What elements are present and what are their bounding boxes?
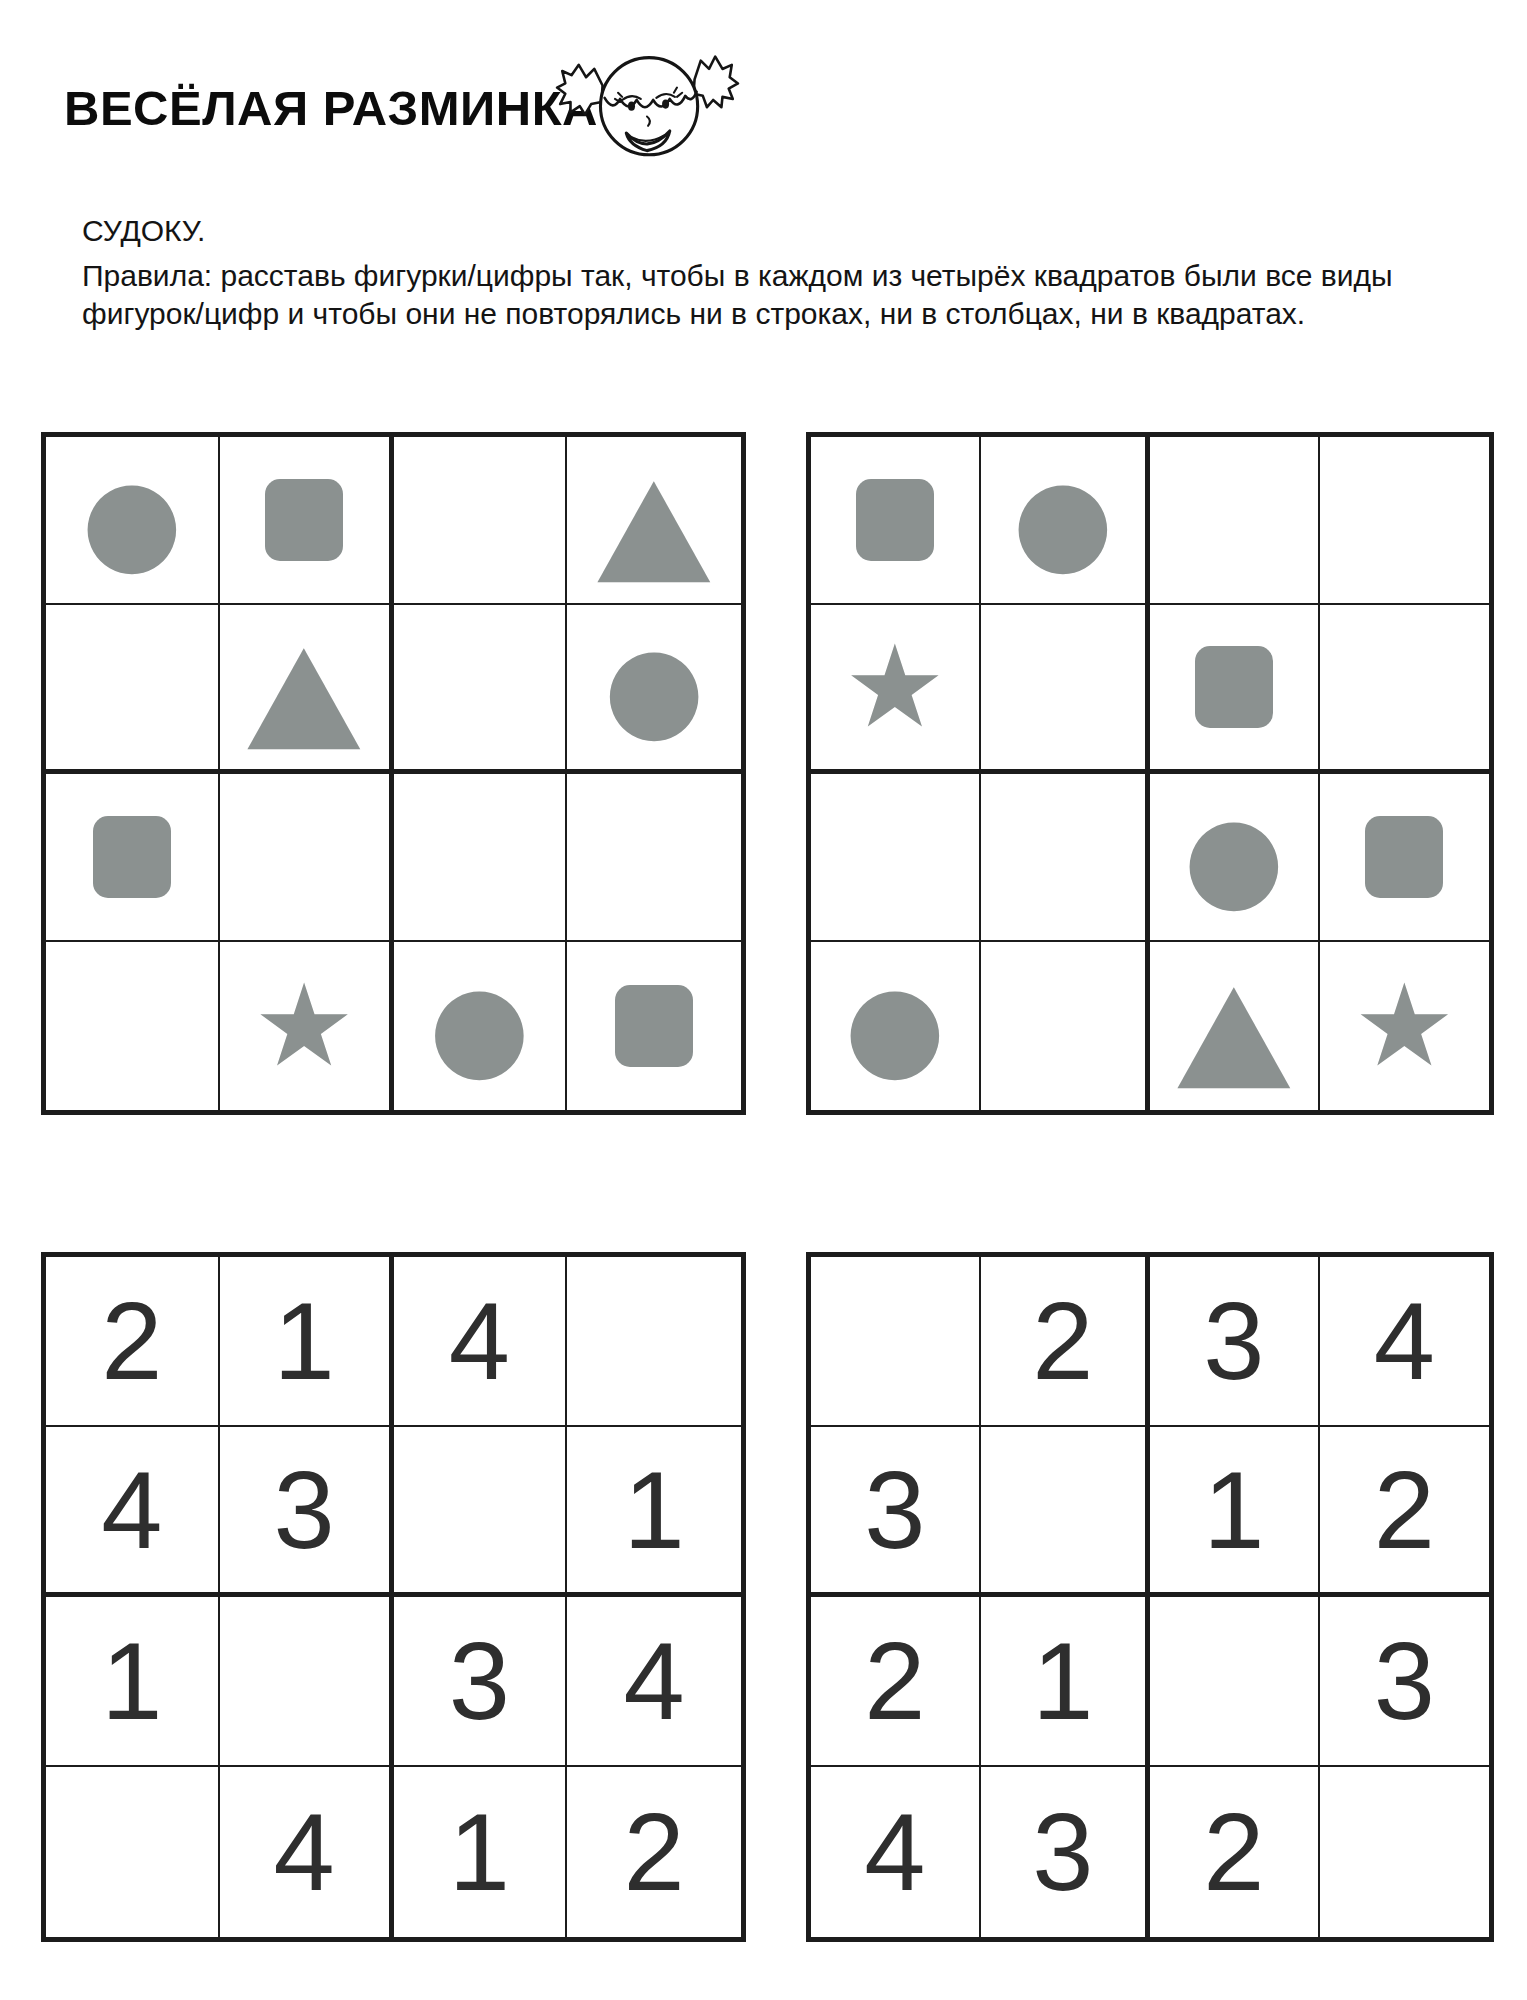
star-shape: ★ bbox=[253, 969, 355, 1083]
digit-1: 1 bbox=[101, 1626, 162, 1736]
square-shape bbox=[93, 816, 171, 898]
numbers-bottom-right-cell-r1c2: 2 bbox=[981, 1257, 1151, 1427]
shapes-top-left-cell-r4c1 bbox=[46, 942, 220, 1110]
circle-shape: ● bbox=[429, 968, 530, 1084]
numbers-bottom-right-cell-r1c4: 4 bbox=[1320, 1257, 1490, 1427]
digit-3: 3 bbox=[449, 1626, 510, 1736]
numbers-bottom-left-cell-r1c2: 1 bbox=[220, 1257, 394, 1427]
circle-shape: ● bbox=[1012, 462, 1113, 578]
digit-4: 4 bbox=[1374, 1286, 1435, 1396]
shapes-top-right-cell-r4c4: ★ bbox=[1320, 942, 1490, 1110]
square-shape bbox=[265, 479, 343, 561]
square-shape bbox=[1195, 646, 1273, 728]
numbers-bottom-left-cell-r1c4 bbox=[567, 1257, 741, 1427]
shapes-top-right-cell-r1c2: ● bbox=[981, 437, 1151, 605]
digit-3: 3 bbox=[274, 1455, 335, 1565]
numbers-bottom-right-cell-r4c2: 3 bbox=[981, 1767, 1151, 1937]
numbers-bottom-left-cell-r2c3 bbox=[394, 1427, 568, 1597]
digit-4: 4 bbox=[101, 1455, 162, 1565]
shapes-top-left-cell-r2c4: ● bbox=[567, 605, 741, 773]
numbers-bottom-left-cell-r4c3: 1 bbox=[394, 1767, 568, 1937]
shapes-top-left-cell-r3c1 bbox=[46, 774, 220, 942]
shapes-top-left-cell-r2c2: ▲ bbox=[220, 605, 394, 773]
rules-line-1: Правила: расставь фигурки/цифры так, что… bbox=[82, 257, 1462, 295]
numbers-bottom-right-cell-r3c4: 3 bbox=[1320, 1597, 1490, 1767]
numbers-bottom-left-cell-r1c3: 4 bbox=[394, 1257, 568, 1427]
shapes-top-left-cell-r1c2 bbox=[220, 437, 394, 605]
shapes-top-left-cell-r4c4 bbox=[567, 942, 741, 1110]
digit-4: 4 bbox=[274, 1797, 335, 1907]
shapes-top-right-cell-r4c1: ● bbox=[811, 942, 981, 1110]
digit-2: 2 bbox=[1032, 1286, 1093, 1396]
digit-4: 4 bbox=[864, 1797, 925, 1907]
circle-shape: ● bbox=[844, 968, 945, 1084]
shapes-top-right-cell-r3c2 bbox=[981, 774, 1151, 942]
numbers-bottom-right-cell-r1c3: 3 bbox=[1150, 1257, 1320, 1427]
shapes-top-right-cell-r4c3: ▲ bbox=[1150, 942, 1320, 1110]
circle-shape: ● bbox=[81, 462, 182, 578]
star-shape: ★ bbox=[1353, 969, 1455, 1083]
digit-1: 1 bbox=[1203, 1455, 1264, 1565]
sudoku-grid-shapes-top-left: ●▲▲●★● bbox=[41, 432, 746, 1115]
shapes-top-left-cell-r3c2 bbox=[220, 774, 394, 942]
shapes-top-right-cell-r2c3 bbox=[1150, 605, 1320, 773]
sudoku-grid-numbers-bottom-left: 214431134412 bbox=[41, 1252, 746, 1942]
numbers-bottom-left-cell-r4c4: 2 bbox=[567, 1767, 741, 1937]
numbers-bottom-right-cell-r2c4: 2 bbox=[1320, 1427, 1490, 1597]
digit-3: 3 bbox=[1203, 1286, 1264, 1396]
shapes-top-left-cell-r1c3 bbox=[394, 437, 568, 605]
shapes-top-left-cell-r1c4: ▲ bbox=[567, 437, 741, 605]
star-shape: ★ bbox=[844, 630, 946, 744]
worksheet-page: ВЕСЁЛАЯ РАЗМИНКА СУДОКУ. Правила: расста… bbox=[0, 0, 1527, 2000]
shapes-top-left-cell-r4c2: ★ bbox=[220, 942, 394, 1110]
digit-1: 1 bbox=[624, 1455, 685, 1565]
triangle-shape: ▲ bbox=[247, 621, 361, 753]
shapes-top-right-cell-r4c2 bbox=[981, 942, 1151, 1110]
shapes-top-left-cell-r2c1 bbox=[46, 605, 220, 773]
digit-1: 1 bbox=[274, 1286, 335, 1396]
shapes-top-right-cell-r2c4 bbox=[1320, 605, 1490, 773]
numbers-bottom-right-cell-r3c2: 1 bbox=[981, 1597, 1151, 1767]
numbers-bottom-right-cell-r4c4 bbox=[1320, 1767, 1490, 1937]
shapes-top-right-cell-r3c3: ● bbox=[1150, 774, 1320, 942]
digit-2: 2 bbox=[864, 1626, 925, 1736]
numbers-bottom-right-cell-r3c3 bbox=[1150, 1597, 1320, 1767]
intro-text-block: СУДОКУ. Правила: расставь фигурки/цифры … bbox=[82, 212, 1462, 333]
digit-2: 2 bbox=[101, 1286, 162, 1396]
sudoku-grid-numbers-bottom-right: 234312213432 bbox=[806, 1252, 1494, 1942]
numbers-bottom-left-cell-r3c4: 4 bbox=[567, 1597, 741, 1767]
triangle-shape: ▲ bbox=[1177, 960, 1291, 1092]
square-shape bbox=[1365, 816, 1443, 898]
shapes-top-right-cell-r3c1 bbox=[811, 774, 981, 942]
numbers-bottom-left-cell-r2c4: 1 bbox=[567, 1427, 741, 1597]
digit-2: 2 bbox=[624, 1797, 685, 1907]
shapes-top-left-cell-r4c3: ● bbox=[394, 942, 568, 1110]
numbers-bottom-right-cell-r2c2 bbox=[981, 1427, 1151, 1597]
numbers-bottom-right-cell-r1c1 bbox=[811, 1257, 981, 1427]
puzzle-name-heading: СУДОКУ. bbox=[82, 212, 1462, 250]
numbers-bottom-left-cell-r3c3: 3 bbox=[394, 1597, 568, 1767]
numbers-bottom-left-cell-r1c1: 2 bbox=[46, 1257, 220, 1427]
shapes-top-right-cell-r1c3 bbox=[1150, 437, 1320, 605]
shapes-top-left-cell-r3c4 bbox=[567, 774, 741, 942]
numbers-bottom-left-cell-r3c2 bbox=[220, 1597, 394, 1767]
circle-shape: ● bbox=[1183, 799, 1284, 915]
sudoku-grid-shapes-top-right: ●★●●▲★ bbox=[806, 432, 1494, 1115]
shapes-top-right-cell-r3c4 bbox=[1320, 774, 1490, 942]
numbers-bottom-right-cell-r2c3: 1 bbox=[1150, 1427, 1320, 1597]
digit-4: 4 bbox=[449, 1286, 510, 1396]
shapes-top-left-cell-r1c1: ● bbox=[46, 437, 220, 605]
digit-2: 2 bbox=[1203, 1797, 1264, 1907]
numbers-bottom-left-cell-r4c2: 4 bbox=[220, 1767, 394, 1937]
digit-3: 3 bbox=[1032, 1797, 1093, 1907]
shapes-top-right-cell-r1c4 bbox=[1320, 437, 1490, 605]
numbers-bottom-right-cell-r3c1: 2 bbox=[811, 1597, 981, 1767]
numbers-bottom-right-cell-r2c1: 3 bbox=[811, 1427, 981, 1597]
digit-4: 4 bbox=[624, 1626, 685, 1736]
rules-line-2: фигурок/цифр и чтобы они не повторялись … bbox=[82, 295, 1462, 333]
square-shape bbox=[856, 479, 934, 561]
numbers-bottom-left-cell-r3c1: 1 bbox=[46, 1597, 220, 1767]
shapes-top-right-cell-r1c1 bbox=[811, 437, 981, 605]
shapes-top-left-cell-r2c3 bbox=[394, 605, 568, 773]
numbers-bottom-right-cell-r4c3: 2 bbox=[1150, 1767, 1320, 1937]
triangle-shape: ▲ bbox=[597, 454, 711, 586]
circle-shape: ● bbox=[604, 629, 705, 745]
numbers-bottom-right-cell-r4c1: 4 bbox=[811, 1767, 981, 1937]
digit-1: 1 bbox=[1032, 1626, 1093, 1736]
square-shape bbox=[615, 985, 693, 1067]
numbers-bottom-left-cell-r4c1 bbox=[46, 1767, 220, 1937]
shapes-top-right-cell-r2c1: ★ bbox=[811, 605, 981, 773]
numbers-bottom-left-cell-r2c1: 4 bbox=[46, 1427, 220, 1597]
digit-3: 3 bbox=[864, 1455, 925, 1565]
girl-mascot-icon bbox=[552, 40, 742, 162]
shapes-top-left-cell-r3c3 bbox=[394, 774, 568, 942]
numbers-bottom-left-cell-r2c2: 3 bbox=[220, 1427, 394, 1597]
digit-1: 1 bbox=[449, 1797, 510, 1907]
digit-2: 2 bbox=[1374, 1455, 1435, 1565]
shapes-top-right-cell-r2c2 bbox=[981, 605, 1151, 773]
page-title: ВЕСЁЛАЯ РАЗМИНКА bbox=[64, 84, 598, 133]
digit-3: 3 bbox=[1374, 1626, 1435, 1736]
